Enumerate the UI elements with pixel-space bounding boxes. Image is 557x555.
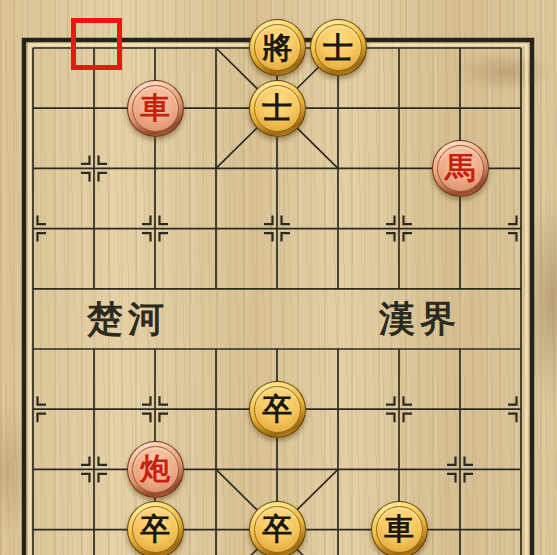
piece-glyph: 炮 xyxy=(140,454,170,484)
board-cell-h2: 馬 xyxy=(430,138,491,198)
piece-black-general[interactable]: 將 xyxy=(249,19,306,76)
piece-glyph: 將 xyxy=(262,33,292,63)
board-cell-e8: 卒 xyxy=(247,499,308,555)
piece-glyph: 卒 xyxy=(262,514,292,544)
piece-glyph: 馬 xyxy=(445,153,475,183)
piece-glyph: 卒 xyxy=(140,514,170,544)
board-cell-c7: 炮 xyxy=(125,439,186,499)
piece-black-soldier[interactable]: 卒 xyxy=(127,501,184,555)
board-cell-e0: 將 xyxy=(247,18,308,78)
piece-black-soldier[interactable]: 卒 xyxy=(249,501,306,555)
piece-black-chariot[interactable]: 車 xyxy=(371,501,428,555)
board-cell-e6: 卒 xyxy=(247,379,308,439)
board-cell-g8: 車 xyxy=(369,499,430,555)
board-cell-c1: 車 xyxy=(125,78,186,138)
board-cell-c8: 卒 xyxy=(125,499,186,555)
piece-red-chariot[interactable]: 車 xyxy=(127,80,184,137)
piece-glyph: 車 xyxy=(140,93,170,123)
piece-black-advisor[interactable]: 士 xyxy=(249,80,306,137)
piece-glyph: 士 xyxy=(323,33,353,63)
piece-glyph: 卒 xyxy=(262,394,292,424)
piece-black-advisor[interactable]: 士 xyxy=(310,19,367,76)
board-cell-e1: 士 xyxy=(247,78,308,138)
piece-red-cannon[interactable]: 炮 xyxy=(127,441,184,498)
piece-black-soldier[interactable]: 卒 xyxy=(249,381,306,438)
xiangqi-board[interactable]: 楚河 漢界 將士士車馬卒炮卒卒車 xyxy=(0,0,557,555)
piece-red-horse[interactable]: 馬 xyxy=(432,140,489,197)
piece-glyph: 士 xyxy=(262,93,292,123)
piece-glyph: 車 xyxy=(384,514,414,544)
board-cell-f0: 士 xyxy=(308,18,369,78)
board-grid: 將士士車馬卒炮卒卒車 xyxy=(3,18,552,555)
